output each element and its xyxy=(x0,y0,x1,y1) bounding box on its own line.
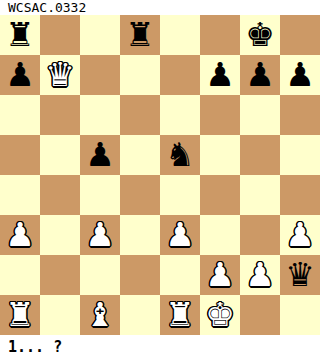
square-c2[interactable] xyxy=(80,255,120,295)
black-knight-e5[interactable]: ♞ xyxy=(165,135,195,175)
square-c3[interactable]: ♟ xyxy=(80,215,120,255)
black-queen-h2[interactable]: ♛ xyxy=(285,255,315,295)
square-d5[interactable] xyxy=(120,135,160,175)
square-e6[interactable] xyxy=(160,95,200,135)
white-pawn-g2[interactable]: ♟ xyxy=(245,255,275,295)
square-a8[interactable]: ♜ xyxy=(0,15,40,55)
move-prompt: 1... ? xyxy=(8,336,62,358)
square-a4[interactable] xyxy=(0,175,40,215)
square-a2[interactable] xyxy=(0,255,40,295)
white-pawn-a3[interactable]: ♟ xyxy=(5,215,35,255)
white-pawn-c3[interactable]: ♟ xyxy=(85,215,115,255)
square-g5[interactable] xyxy=(240,135,280,175)
square-f3[interactable] xyxy=(200,215,240,255)
square-c7[interactable] xyxy=(80,55,120,95)
square-d6[interactable] xyxy=(120,95,160,135)
white-pawn-h3[interactable]: ♟ xyxy=(285,215,315,255)
square-b2[interactable] xyxy=(40,255,80,295)
square-h8[interactable] xyxy=(280,15,320,55)
square-b8[interactable] xyxy=(40,15,80,55)
puzzle-title: WCSAC.0332 xyxy=(8,0,86,15)
square-h6[interactable] xyxy=(280,95,320,135)
square-a5[interactable] xyxy=(0,135,40,175)
black-pawn-g7[interactable]: ♟ xyxy=(245,55,275,95)
square-b5[interactable] xyxy=(40,135,80,175)
square-h7[interactable]: ♟ xyxy=(280,55,320,95)
white-rook-a1[interactable]: ♜ xyxy=(5,295,35,335)
square-f4[interactable] xyxy=(200,175,240,215)
square-g6[interactable] xyxy=(240,95,280,135)
square-e2[interactable] xyxy=(160,255,200,295)
square-e3[interactable]: ♟ xyxy=(160,215,200,255)
square-f2[interactable]: ♟ xyxy=(200,255,240,295)
square-h5[interactable] xyxy=(280,135,320,175)
square-a6[interactable] xyxy=(0,95,40,135)
black-pawn-c5[interactable]: ♟ xyxy=(85,135,115,175)
square-e8[interactable] xyxy=(160,15,200,55)
square-d1[interactable] xyxy=(120,295,160,335)
square-b7[interactable]: ♛ xyxy=(40,55,80,95)
square-e7[interactable] xyxy=(160,55,200,95)
square-f6[interactable] xyxy=(200,95,240,135)
square-c6[interactable] xyxy=(80,95,120,135)
white-queen-b7[interactable]: ♛ xyxy=(45,55,75,95)
black-pawn-a7[interactable]: ♟ xyxy=(5,55,35,95)
square-g2[interactable]: ♟ xyxy=(240,255,280,295)
square-h4[interactable] xyxy=(280,175,320,215)
white-bishop-c1[interactable]: ♝ xyxy=(85,295,115,335)
square-e5[interactable]: ♞ xyxy=(160,135,200,175)
square-f5[interactable] xyxy=(200,135,240,175)
square-a3[interactable]: ♟ xyxy=(0,215,40,255)
square-d3[interactable] xyxy=(120,215,160,255)
white-pawn-e3[interactable]: ♟ xyxy=(165,215,195,255)
square-g1[interactable] xyxy=(240,295,280,335)
square-a7[interactable]: ♟ xyxy=(0,55,40,95)
square-e4[interactable] xyxy=(160,175,200,215)
square-f7[interactable]: ♟ xyxy=(200,55,240,95)
square-b1[interactable] xyxy=(40,295,80,335)
square-a1[interactable]: ♜ xyxy=(0,295,40,335)
white-king-f1[interactable]: ♚ xyxy=(205,295,235,335)
square-b4[interactable] xyxy=(40,175,80,215)
square-h2[interactable]: ♛ xyxy=(280,255,320,295)
square-d7[interactable] xyxy=(120,55,160,95)
black-king-g8[interactable]: ♚ xyxy=(245,15,275,55)
square-c8[interactable] xyxy=(80,15,120,55)
chess-app-window: WCSAC.0332 ♜♜♚♟♛♟♟♟♟♞♟♟♟♟♟♟♛♜♝♜♚ 1... ? xyxy=(0,0,320,360)
black-pawn-f7[interactable]: ♟ xyxy=(205,55,235,95)
square-e1[interactable]: ♜ xyxy=(160,295,200,335)
square-g7[interactable]: ♟ xyxy=(240,55,280,95)
square-c1[interactable]: ♝ xyxy=(80,295,120,335)
square-h3[interactable]: ♟ xyxy=(280,215,320,255)
square-g8[interactable]: ♚ xyxy=(240,15,280,55)
black-rook-a8[interactable]: ♜ xyxy=(5,15,35,55)
white-rook-e1[interactable]: ♜ xyxy=(165,295,195,335)
white-pawn-f2[interactable]: ♟ xyxy=(205,255,235,295)
chess-board: ♜♜♚♟♛♟♟♟♟♞♟♟♟♟♟♟♛♜♝♜♚ xyxy=(0,15,320,335)
square-b3[interactable] xyxy=(40,215,80,255)
square-g3[interactable] xyxy=(240,215,280,255)
square-b6[interactable] xyxy=(40,95,80,135)
square-h1[interactable] xyxy=(280,295,320,335)
black-rook-d8[interactable]: ♜ xyxy=(125,15,155,55)
square-c5[interactable]: ♟ xyxy=(80,135,120,175)
square-f1[interactable]: ♚ xyxy=(200,295,240,335)
square-d8[interactable]: ♜ xyxy=(120,15,160,55)
black-pawn-h7[interactable]: ♟ xyxy=(285,55,315,95)
square-c4[interactable] xyxy=(80,175,120,215)
square-g4[interactable] xyxy=(240,175,280,215)
square-f8[interactable] xyxy=(200,15,240,55)
square-d2[interactable] xyxy=(120,255,160,295)
square-d4[interactable] xyxy=(120,175,160,215)
